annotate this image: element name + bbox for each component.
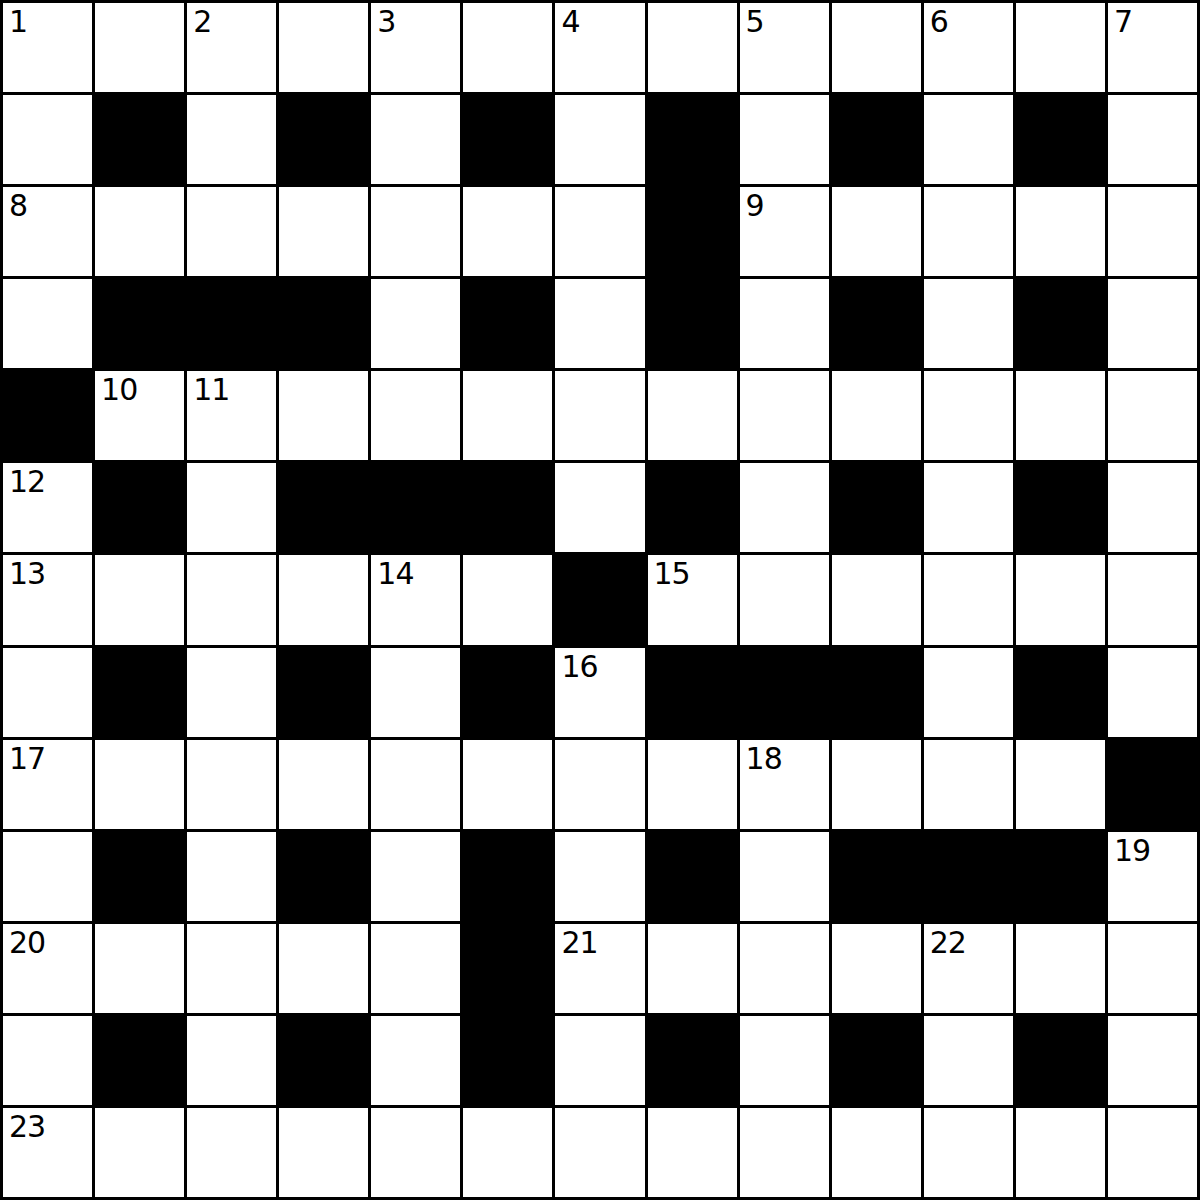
white-cell[interactable]: 6 [924, 3, 1013, 92]
clue-number: 17 [9, 742, 45, 775]
white-cell[interactable] [1108, 555, 1197, 644]
white-cell[interactable] [648, 3, 737, 92]
white-cell[interactable] [924, 279, 1013, 368]
white-cell[interactable] [95, 187, 184, 276]
white-cell[interactable] [95, 3, 184, 92]
white-cell[interactable] [924, 1108, 1013, 1197]
black-cell [463, 279, 552, 368]
clue-number: 7 [1114, 5, 1132, 38]
black-cell [924, 832, 1013, 921]
white-cell[interactable]: 1 [3, 3, 92, 92]
white-cell[interactable] [279, 740, 368, 829]
white-cell[interactable] [1016, 187, 1105, 276]
white-cell[interactable] [371, 279, 460, 368]
white-cell[interactable] [279, 555, 368, 644]
black-cell [463, 95, 552, 184]
black-cell [832, 95, 921, 184]
black-cell [648, 832, 737, 921]
white-cell[interactable]: 17 [3, 740, 92, 829]
white-cell[interactable] [371, 187, 460, 276]
clue-number: 22 [930, 926, 966, 959]
black-cell [279, 463, 368, 552]
white-cell[interactable] [924, 648, 1013, 737]
white-cell[interactable]: 19 [1108, 832, 1197, 921]
black-cell [648, 1016, 737, 1105]
clue-number: 2 [193, 5, 211, 38]
black-cell [463, 1016, 552, 1105]
white-cell[interactable] [371, 924, 460, 1013]
white-cell[interactable] [1108, 648, 1197, 737]
white-cell[interactable] [740, 279, 829, 368]
black-cell [648, 279, 737, 368]
white-cell[interactable] [924, 1016, 1013, 1105]
black-cell [279, 832, 368, 921]
white-cell[interactable] [924, 371, 1013, 460]
clue-number: 13 [9, 557, 45, 590]
white-cell[interactable]: 4 [555, 3, 644, 92]
black-cell [95, 95, 184, 184]
white-cell[interactable]: 7 [1108, 3, 1197, 92]
white-cell[interactable] [555, 279, 644, 368]
black-cell [832, 1016, 921, 1105]
clue-number: 9 [746, 189, 764, 222]
white-cell[interactable] [740, 95, 829, 184]
white-cell[interactable] [279, 924, 368, 1013]
white-cell[interactable] [3, 1016, 92, 1105]
black-cell [832, 832, 921, 921]
white-cell[interactable] [740, 463, 829, 552]
black-cell [95, 648, 184, 737]
white-cell[interactable] [832, 1108, 921, 1197]
clue-number: 6 [930, 5, 948, 38]
white-cell[interactable] [371, 832, 460, 921]
white-cell[interactable] [832, 187, 921, 276]
clue-number: 18 [746, 742, 782, 775]
black-cell [463, 924, 552, 1013]
black-cell [279, 1016, 368, 1105]
white-cell[interactable] [95, 555, 184, 644]
white-cell[interactable] [463, 1108, 552, 1197]
black-cell [463, 648, 552, 737]
white-cell[interactable] [279, 371, 368, 460]
black-cell [95, 279, 184, 368]
white-cell[interactable] [740, 832, 829, 921]
white-cell[interactable] [740, 555, 829, 644]
white-cell[interactable] [1016, 740, 1105, 829]
white-cell[interactable] [95, 924, 184, 1013]
white-cell[interactable] [1016, 555, 1105, 644]
white-cell[interactable] [279, 1108, 368, 1197]
black-cell [648, 463, 737, 552]
white-cell[interactable] [555, 1108, 644, 1197]
white-cell[interactable] [463, 371, 552, 460]
white-cell[interactable] [1016, 371, 1105, 460]
white-cell[interactable] [924, 555, 1013, 644]
clue-number: 4 [561, 5, 579, 38]
white-cell[interactable] [371, 648, 460, 737]
white-cell[interactable] [1108, 187, 1197, 276]
white-cell[interactable] [1016, 924, 1105, 1013]
white-cell[interactable] [555, 463, 644, 552]
white-cell[interactable] [187, 832, 276, 921]
white-cell[interactable]: 10 [95, 371, 184, 460]
white-cell[interactable]: 12 [3, 463, 92, 552]
white-cell[interactable] [832, 3, 921, 92]
black-cell [1016, 279, 1105, 368]
white-cell[interactable] [832, 740, 921, 829]
white-cell[interactable]: 22 [924, 924, 1013, 1013]
clue-number: 20 [9, 926, 45, 959]
white-cell[interactable] [1108, 371, 1197, 460]
clue-number: 12 [9, 465, 45, 498]
white-cell[interactable] [187, 187, 276, 276]
white-cell[interactable] [832, 555, 921, 644]
white-cell[interactable] [187, 740, 276, 829]
white-cell[interactable] [1108, 463, 1197, 552]
black-cell [3, 371, 92, 460]
white-cell[interactable] [1108, 924, 1197, 1013]
white-cell[interactable] [279, 3, 368, 92]
black-cell [648, 95, 737, 184]
white-cell[interactable] [648, 740, 737, 829]
clue-number: 16 [561, 650, 597, 683]
white-cell[interactable] [187, 1108, 276, 1197]
black-cell [1016, 1016, 1105, 1105]
white-cell[interactable] [3, 279, 92, 368]
black-cell [1016, 648, 1105, 737]
white-cell[interactable] [371, 95, 460, 184]
white-cell[interactable] [371, 1016, 460, 1105]
clue-number: 19 [1114, 834, 1150, 867]
white-cell[interactable] [187, 648, 276, 737]
black-cell [279, 648, 368, 737]
white-cell[interactable] [279, 187, 368, 276]
white-cell[interactable]: 16 [555, 648, 644, 737]
white-cell[interactable] [95, 740, 184, 829]
white-cell[interactable] [924, 740, 1013, 829]
white-cell[interactable]: 2 [187, 3, 276, 92]
white-cell[interactable] [463, 555, 552, 644]
white-cell[interactable]: 3 [371, 3, 460, 92]
white-cell[interactable] [371, 371, 460, 460]
clue-number: 23 [9, 1110, 45, 1143]
white-cell[interactable] [740, 1108, 829, 1197]
white-cell[interactable] [1108, 95, 1197, 184]
crossword-grid: 1234567891011121314151617181920212223 [0, 0, 1200, 1200]
white-cell[interactable] [740, 924, 829, 1013]
clue-number: 15 [654, 557, 690, 590]
white-cell[interactable]: 23 [3, 1108, 92, 1197]
white-cell[interactable]: 8 [3, 187, 92, 276]
white-cell[interactable] [832, 924, 921, 1013]
clue-number: 10 [101, 373, 137, 406]
black-cell [555, 555, 644, 644]
clue-number: 21 [561, 926, 597, 959]
black-cell [187, 279, 276, 368]
white-cell[interactable] [555, 187, 644, 276]
black-cell [95, 1016, 184, 1105]
white-cell[interactable] [187, 555, 276, 644]
white-cell[interactable] [463, 740, 552, 829]
white-cell[interactable] [740, 371, 829, 460]
clue-number: 3 [377, 5, 395, 38]
white-cell[interactable]: 9 [740, 187, 829, 276]
white-cell[interactable] [3, 95, 92, 184]
clue-number: 14 [377, 557, 413, 590]
black-cell [95, 463, 184, 552]
white-cell[interactable]: 14 [371, 555, 460, 644]
white-cell[interactable] [187, 463, 276, 552]
white-cell[interactable] [648, 1108, 737, 1197]
white-cell[interactable] [463, 3, 552, 92]
white-cell[interactable] [463, 187, 552, 276]
white-cell[interactable] [3, 832, 92, 921]
black-cell [371, 463, 460, 552]
white-cell[interactable] [1108, 1108, 1197, 1197]
white-cell[interactable]: 18 [740, 740, 829, 829]
white-cell[interactable] [555, 1016, 644, 1105]
white-cell[interactable] [1016, 1108, 1105, 1197]
white-cell[interactable] [1108, 1016, 1197, 1105]
white-cell[interactable] [1016, 3, 1105, 92]
black-cell [1016, 832, 1105, 921]
white-cell[interactable] [648, 371, 737, 460]
white-cell[interactable]: 21 [555, 924, 644, 1013]
white-cell[interactable] [555, 371, 644, 460]
black-cell [1108, 740, 1197, 829]
black-cell [740, 648, 829, 737]
clue-number: 8 [9, 189, 27, 222]
white-cell[interactable] [187, 95, 276, 184]
clue-number: 1 [9, 5, 27, 38]
white-cell[interactable] [1108, 279, 1197, 368]
white-cell[interactable] [187, 924, 276, 1013]
white-cell[interactable]: 5 [740, 3, 829, 92]
black-cell [463, 832, 552, 921]
clue-number: 5 [746, 5, 764, 38]
black-cell [832, 463, 921, 552]
black-cell [279, 279, 368, 368]
white-cell[interactable] [371, 740, 460, 829]
white-cell[interactable] [740, 1016, 829, 1105]
white-cell[interactable] [95, 1108, 184, 1197]
white-cell[interactable] [924, 187, 1013, 276]
black-cell [1016, 463, 1105, 552]
white-cell[interactable] [187, 1016, 276, 1105]
white-cell[interactable] [648, 924, 737, 1013]
white-cell[interactable]: 13 [3, 555, 92, 644]
white-cell[interactable] [555, 95, 644, 184]
black-cell [95, 832, 184, 921]
white-cell[interactable] [3, 648, 92, 737]
white-cell[interactable] [924, 463, 1013, 552]
black-cell [648, 648, 737, 737]
black-cell [832, 279, 921, 368]
black-cell [279, 95, 368, 184]
white-cell[interactable] [832, 371, 921, 460]
black-cell [648, 187, 737, 276]
white-cell[interactable]: 11 [187, 371, 276, 460]
white-cell[interactable] [371, 1108, 460, 1197]
white-cell[interactable]: 20 [3, 924, 92, 1013]
black-cell [832, 648, 921, 737]
white-cell[interactable] [924, 95, 1013, 184]
white-cell[interactable] [555, 832, 644, 921]
clue-number: 11 [193, 373, 229, 406]
black-cell [1016, 95, 1105, 184]
white-cell[interactable] [555, 740, 644, 829]
white-cell[interactable]: 15 [648, 555, 737, 644]
black-cell [463, 463, 552, 552]
